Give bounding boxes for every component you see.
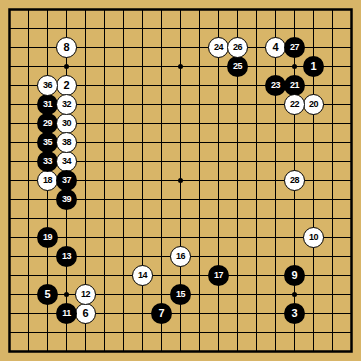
stone-white-24: 24: [208, 37, 229, 58]
stone-white-34: 34: [56, 151, 77, 172]
stone-white-8: 8: [56, 37, 77, 58]
stone-black-21: 21: [284, 75, 305, 96]
stone-black-1: 1: [303, 56, 324, 77]
stone-white-16: 16: [170, 246, 191, 267]
stone-white-26: 26: [227, 37, 248, 58]
stone-black-35: 35: [37, 132, 58, 153]
stone-white-22: 22: [284, 94, 305, 115]
stone-white-38: 38: [56, 132, 77, 153]
stone-black-29: 29: [37, 113, 58, 134]
stones-layer: 1234567891011121314151617181920212223242…: [0, 0, 361, 361]
stone-black-19: 19: [37, 227, 58, 248]
stone-black-25: 25: [227, 56, 248, 77]
stone-black-11: 11: [56, 303, 77, 324]
stone-white-6: 6: [75, 303, 96, 324]
stone-black-13: 13: [56, 246, 77, 267]
stone-black-7: 7: [151, 303, 172, 324]
stone-black-37: 37: [56, 170, 77, 191]
stone-black-39: 39: [56, 189, 77, 210]
stone-white-30: 30: [56, 113, 77, 134]
stone-black-15: 15: [170, 284, 191, 305]
stone-white-14: 14: [132, 265, 153, 286]
stone-black-5: 5: [37, 284, 58, 305]
stone-white-12: 12: [75, 284, 96, 305]
stone-black-33: 33: [37, 151, 58, 172]
stone-white-32: 32: [56, 94, 77, 115]
stone-white-4: 4: [265, 37, 286, 58]
stone-white-2: 2: [56, 75, 77, 96]
stone-white-28: 28: [284, 170, 305, 191]
stone-black-17: 17: [208, 265, 229, 286]
stone-black-31: 31: [37, 94, 58, 115]
stone-black-3: 3: [284, 303, 305, 324]
go-board: 1234567891011121314151617181920212223242…: [0, 0, 361, 361]
stone-white-18: 18: [37, 170, 58, 191]
stone-white-36: 36: [37, 75, 58, 96]
stone-white-10: 10: [303, 227, 324, 248]
stone-white-20: 20: [303, 94, 324, 115]
stone-black-9: 9: [284, 265, 305, 286]
stone-black-23: 23: [265, 75, 286, 96]
stone-black-27: 27: [284, 37, 305, 58]
